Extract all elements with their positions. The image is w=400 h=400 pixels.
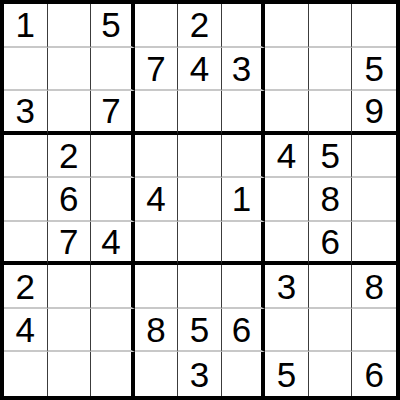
cell-r2c7[interactable]	[265, 48, 309, 92]
cell-r2c6: 3	[222, 48, 266, 92]
cell-r5c2: 6	[48, 178, 92, 222]
cell-r5c9[interactable]	[352, 178, 396, 222]
cell-r2c5: 4	[178, 48, 222, 92]
cell-r9c3[interactable]	[91, 352, 135, 396]
cell-r5c8: 8	[309, 178, 353, 222]
cell-r5c1[interactable]	[4, 178, 48, 222]
cell-r6c2: 7	[48, 222, 92, 266]
cell-r4c5[interactable]	[178, 135, 222, 179]
cell-r8c3[interactable]	[91, 309, 135, 353]
cell-r1c7[interactable]	[265, 4, 309, 48]
cell-r4c2: 2	[48, 135, 92, 179]
cell-r5c3[interactable]	[91, 178, 135, 222]
cell-r3c7[interactable]	[265, 91, 309, 135]
cell-r2c2[interactable]	[48, 48, 92, 92]
cell-r4c3[interactable]	[91, 135, 135, 179]
cell-r2c4: 7	[135, 48, 179, 92]
cell-r3c6[interactable]	[222, 91, 266, 135]
sudoku-board: 152743537924564187462384856356	[0, 0, 400, 400]
cell-r6c4[interactable]	[135, 222, 179, 266]
cell-r3c8[interactable]	[309, 91, 353, 135]
cell-r1c8[interactable]	[309, 4, 353, 48]
cell-r4c1[interactable]	[4, 135, 48, 179]
cell-r1c3: 5	[91, 4, 135, 48]
cell-r8c8[interactable]	[309, 309, 353, 353]
cell-r1c5: 2	[178, 4, 222, 48]
cell-r6c9[interactable]	[352, 222, 396, 266]
cell-r3c2[interactable]	[48, 91, 92, 135]
cell-r7c8[interactable]	[309, 265, 353, 309]
cell-r1c9[interactable]	[352, 4, 396, 48]
cell-r9c7: 5	[265, 352, 309, 396]
cell-r8c1: 4	[4, 309, 48, 353]
cell-r9c1[interactable]	[4, 352, 48, 396]
cell-r3c3: 7	[91, 91, 135, 135]
cell-r4c7: 4	[265, 135, 309, 179]
cell-r3c5[interactable]	[178, 91, 222, 135]
cell-r7c1: 2	[4, 265, 48, 309]
cell-r8c7[interactable]	[265, 309, 309, 353]
cell-r3c9: 9	[352, 91, 396, 135]
cell-r6c6[interactable]	[222, 222, 266, 266]
cell-r6c1[interactable]	[4, 222, 48, 266]
cell-r8c5: 5	[178, 309, 222, 353]
cell-r5c4: 4	[135, 178, 179, 222]
cell-r8c6: 6	[222, 309, 266, 353]
cell-r7c4[interactable]	[135, 265, 179, 309]
cell-r7c2[interactable]	[48, 265, 92, 309]
cell-r1c1: 1	[4, 4, 48, 48]
cell-r6c5[interactable]	[178, 222, 222, 266]
cell-r5c5[interactable]	[178, 178, 222, 222]
cell-r9c2[interactable]	[48, 352, 92, 396]
cell-r4c9[interactable]	[352, 135, 396, 179]
cell-r2c3[interactable]	[91, 48, 135, 92]
cell-r4c6[interactable]	[222, 135, 266, 179]
cell-r8c2[interactable]	[48, 309, 92, 353]
cell-r7c6[interactable]	[222, 265, 266, 309]
cell-r3c1: 3	[4, 91, 48, 135]
cell-r6c7[interactable]	[265, 222, 309, 266]
cell-r8c4: 8	[135, 309, 179, 353]
cell-r4c8: 5	[309, 135, 353, 179]
cell-r6c8: 6	[309, 222, 353, 266]
cell-r1c2[interactable]	[48, 4, 92, 48]
cell-r2c9: 5	[352, 48, 396, 92]
cell-r5c7[interactable]	[265, 178, 309, 222]
cell-r9c4[interactable]	[135, 352, 179, 396]
cell-r7c5[interactable]	[178, 265, 222, 309]
cell-r9c6[interactable]	[222, 352, 266, 396]
cell-r9c5: 3	[178, 352, 222, 396]
cell-r1c6[interactable]	[222, 4, 266, 48]
cell-r7c3[interactable]	[91, 265, 135, 309]
cell-r2c1[interactable]	[4, 48, 48, 92]
cell-r4c4[interactable]	[135, 135, 179, 179]
cell-r2c8[interactable]	[309, 48, 353, 92]
cell-r9c9: 6	[352, 352, 396, 396]
cell-r8c9[interactable]	[352, 309, 396, 353]
cell-r6c3: 4	[91, 222, 135, 266]
cell-r3c4[interactable]	[135, 91, 179, 135]
cell-r9c8[interactable]	[309, 352, 353, 396]
cell-r1c4[interactable]	[135, 4, 179, 48]
cell-r7c9: 8	[352, 265, 396, 309]
cell-r5c6: 1	[222, 178, 266, 222]
cell-r7c7: 3	[265, 265, 309, 309]
